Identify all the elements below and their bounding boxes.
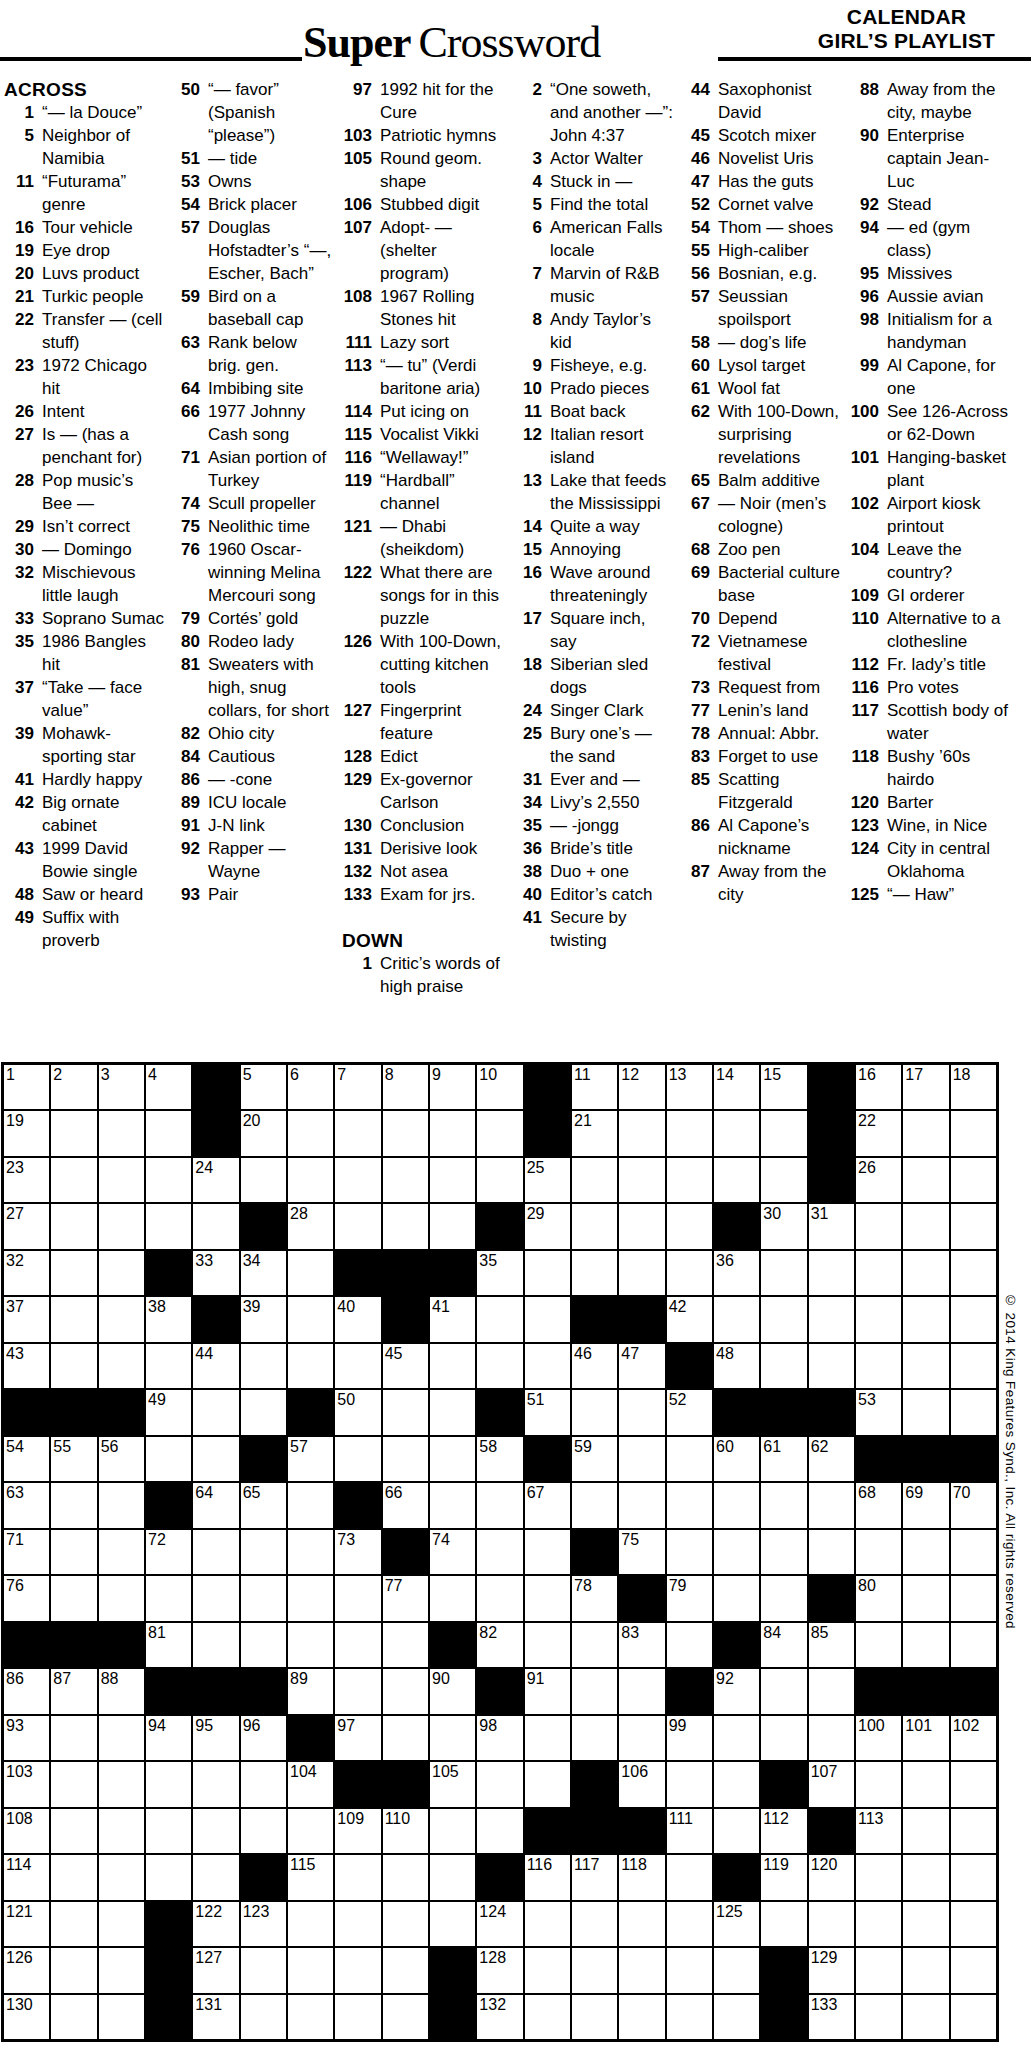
grid-cell[interactable] [50,1761,97,1807]
grid-cell[interactable] [240,1389,287,1435]
grid-cell[interactable] [98,1761,145,1807]
grid-cell[interactable]: 30 [760,1203,807,1249]
grid-cell[interactable]: 72 [145,1529,192,1575]
grid-cell[interactable] [571,1715,618,1761]
grid-cell[interactable] [902,1808,949,1854]
grid-cell[interactable]: 74 [429,1529,476,1575]
grid-cell[interactable] [429,1157,476,1203]
grid-cell[interactable]: 51 [524,1389,571,1435]
grid-cell[interactable]: 44 [192,1343,239,1389]
grid-cell[interactable] [666,1901,713,1947]
grid-cell[interactable]: 68 [855,1482,902,1528]
grid-cell[interactable] [950,1901,997,1947]
grid-cell[interactable] [618,1994,665,2040]
grid-cell[interactable] [334,1947,381,1993]
grid-cell[interactable] [855,1203,902,1249]
grid-cell[interactable] [808,1901,855,1947]
grid-cell[interactable] [950,1296,997,1342]
grid-cell[interactable] [145,1575,192,1621]
grid-cell[interactable] [476,1110,523,1156]
grid-cell[interactable] [334,1575,381,1621]
grid-cell[interactable] [382,1622,429,1668]
grid-cell[interactable] [950,1343,997,1389]
grid-cell[interactable]: 21 [571,1110,618,1156]
grid-cell[interactable]: 102 [950,1715,997,1761]
grid-cell[interactable] [666,1994,713,2040]
grid-cell[interactable]: 28 [287,1203,334,1249]
grid-cell[interactable] [713,1715,760,1761]
grid-cell[interactable] [902,1203,949,1249]
grid-cell[interactable] [287,1250,334,1296]
grid-cell[interactable] [666,1157,713,1203]
grid-cell[interactable]: 101 [902,1715,949,1761]
grid-cell[interactable]: 60 [713,1436,760,1482]
grid-cell[interactable]: 118 [618,1854,665,1900]
grid-cell[interactable] [382,1389,429,1435]
grid-cell[interactable] [50,1482,97,1528]
grid-cell[interactable] [429,1203,476,1249]
grid-cell[interactable] [855,1947,902,1993]
grid-cell[interactable] [950,1529,997,1575]
grid-cell[interactable] [98,1575,145,1621]
grid-cell[interactable]: 10 [476,1064,523,1110]
grid-cell[interactable] [713,1157,760,1203]
grid-cell[interactable]: 86 [3,1668,50,1714]
grid-cell[interactable]: 3 [98,1064,145,1110]
grid-cell[interactable]: 63 [3,1482,50,1528]
grid-cell[interactable] [808,1343,855,1389]
grid-cell[interactable] [287,1947,334,1993]
grid-cell[interactable] [902,1157,949,1203]
grid-cell[interactable] [950,1947,997,1993]
grid-cell[interactable]: 8 [382,1064,429,1110]
grid-cell[interactable] [98,1947,145,1993]
grid-cell[interactable] [760,1110,807,1156]
grid-cell[interactable] [240,1343,287,1389]
grid-cell[interactable] [902,1110,949,1156]
grid-cell[interactable]: 26 [855,1157,902,1203]
grid-cell[interactable] [98,1157,145,1203]
grid-cell[interactable] [334,1622,381,1668]
grid-cell[interactable] [382,1203,429,1249]
grid-cell[interactable] [902,1761,949,1807]
grid-cell[interactable] [666,1482,713,1528]
grid-cell[interactable] [50,1715,97,1761]
grid-cell[interactable] [240,1994,287,2040]
grid-cell[interactable] [429,1575,476,1621]
grid-cell[interactable] [145,1157,192,1203]
grid-cell[interactable] [524,1901,571,1947]
grid-cell[interactable] [98,1901,145,1947]
grid-cell[interactable]: 37 [3,1296,50,1342]
grid-cell[interactable]: 73 [334,1529,381,1575]
grid-cell[interactable] [618,1389,665,1435]
grid-cell[interactable] [760,1901,807,1947]
grid-cell[interactable]: 123 [240,1901,287,1947]
grid-cell[interactable]: 35 [476,1250,523,1296]
grid-cell[interactable] [98,1296,145,1342]
grid-cell[interactable] [571,1947,618,1993]
grid-cell[interactable] [808,1715,855,1761]
grid-cell[interactable] [382,1157,429,1203]
grid-cell[interactable] [902,1947,949,1993]
grid-cell[interactable] [50,1947,97,1993]
grid-cell[interactable] [666,1761,713,1807]
grid-cell[interactable] [571,1622,618,1668]
grid-cell[interactable] [429,1389,476,1435]
grid-cell[interactable]: 133 [808,1994,855,2040]
grid-cell[interactable] [476,1157,523,1203]
grid-cell[interactable]: 96 [240,1715,287,1761]
grid-cell[interactable] [902,1854,949,1900]
grid-cell[interactable]: 56 [98,1436,145,1482]
grid-cell[interactable]: 81 [145,1622,192,1668]
grid-cell[interactable] [334,1854,381,1900]
grid-cell[interactable]: 31 [808,1203,855,1249]
grid-cell[interactable] [666,1203,713,1249]
grid-cell[interactable] [382,1994,429,2040]
grid-cell[interactable]: 1 [3,1064,50,1110]
grid-cell[interactable]: 40 [334,1296,381,1342]
grid-cell[interactable]: 18 [950,1064,997,1110]
grid-cell[interactable] [50,1808,97,1854]
grid-cell[interactable] [50,1854,97,1900]
grid-cell[interactable] [618,1250,665,1296]
grid-cell[interactable] [666,1529,713,1575]
grid-cell[interactable] [760,1157,807,1203]
grid-cell[interactable] [50,1994,97,2040]
grid-cell[interactable]: 19 [3,1110,50,1156]
grid-cell[interactable] [618,1110,665,1156]
grid-cell[interactable] [476,1575,523,1621]
grid-cell[interactable]: 130 [3,1994,50,2040]
grid-cell[interactable] [855,1994,902,2040]
grid-cell[interactable]: 5 [240,1064,287,1110]
grid-cell[interactable] [429,1808,476,1854]
grid-cell[interactable] [50,1575,97,1621]
grid-cell[interactable]: 34 [240,1250,287,1296]
grid-cell[interactable] [524,1947,571,1993]
grid-cell[interactable]: 22 [855,1110,902,1156]
grid-cell[interactable] [950,1808,997,1854]
grid-cell[interactable] [287,1157,334,1203]
grid-cell[interactable]: 94 [145,1715,192,1761]
grid-cell[interactable]: 42 [666,1296,713,1342]
grid-cell[interactable]: 67 [524,1482,571,1528]
grid-cell[interactable] [145,1203,192,1249]
grid-cell[interactable] [382,1947,429,1993]
grid-cell[interactable] [950,1389,997,1435]
grid-cell[interactable]: 39 [240,1296,287,1342]
grid-cell[interactable]: 55 [50,1436,97,1482]
grid-cell[interactable]: 77 [382,1575,429,1621]
grid-cell[interactable] [240,1157,287,1203]
grid-cell[interactable] [240,1575,287,1621]
grid-cell[interactable] [571,1668,618,1714]
grid-cell[interactable] [571,1203,618,1249]
grid-cell[interactable] [808,1529,855,1575]
grid-cell[interactable]: 84 [760,1622,807,1668]
grid-cell[interactable] [713,1761,760,1807]
grid-cell[interactable]: 33 [192,1250,239,1296]
grid-cell[interactable]: 14 [713,1064,760,1110]
grid-cell[interactable] [666,1947,713,1993]
grid-cell[interactable] [145,1343,192,1389]
grid-cell[interactable] [760,1715,807,1761]
grid-cell[interactable] [902,1575,949,1621]
grid-cell[interactable] [760,1575,807,1621]
grid-cell[interactable] [334,1343,381,1389]
grid-cell[interactable] [476,1296,523,1342]
grid-cell[interactable]: 29 [524,1203,571,1249]
grid-cell[interactable] [855,1854,902,1900]
grid-cell[interactable]: 49 [145,1389,192,1435]
grid-cell[interactable] [98,1343,145,1389]
grid-cell[interactable]: 111 [666,1808,713,1854]
grid-cell[interactable]: 85 [808,1622,855,1668]
grid-cell[interactable]: 120 [808,1854,855,1900]
grid-cell[interactable]: 117 [571,1854,618,1900]
grid-cell[interactable] [192,1436,239,1482]
grid-cell[interactable] [287,1901,334,1947]
grid-cell[interactable]: 36 [713,1250,760,1296]
grid-cell[interactable]: 125 [713,1901,760,1947]
grid-cell[interactable]: 106 [618,1761,665,1807]
grid-cell[interactable]: 110 [382,1808,429,1854]
grid-cell[interactable]: 98 [476,1715,523,1761]
grid-cell[interactable]: 128 [476,1947,523,1993]
grid-cell[interactable] [192,1575,239,1621]
grid-cell[interactable]: 116 [524,1854,571,1900]
grid-cell[interactable] [950,1110,997,1156]
grid-cell[interactable] [98,1482,145,1528]
grid-cell[interactable] [855,1622,902,1668]
grid-cell[interactable] [98,1715,145,1761]
grid-cell[interactable] [713,1994,760,2040]
grid-cell[interactable]: 20 [240,1110,287,1156]
grid-cell[interactable] [287,1529,334,1575]
grid-cell[interactable] [808,1250,855,1296]
grid-cell[interactable] [524,1529,571,1575]
grid-cell[interactable]: 100 [855,1715,902,1761]
grid-cell[interactable] [950,1203,997,1249]
grid-cell[interactable] [429,1110,476,1156]
grid-cell[interactable] [334,1157,381,1203]
grid-cell[interactable]: 132 [476,1994,523,2040]
grid-cell[interactable] [524,1622,571,1668]
grid-cell[interactable] [618,1157,665,1203]
grid-cell[interactable] [902,1622,949,1668]
grid-cell[interactable] [524,1250,571,1296]
grid-cell[interactable] [287,1110,334,1156]
grid-cell[interactable] [571,1389,618,1435]
grid-cell[interactable]: 17 [902,1064,949,1110]
grid-cell[interactable]: 45 [382,1343,429,1389]
grid-cell[interactable] [571,1250,618,1296]
grid-cell[interactable]: 61 [760,1436,807,1482]
grid-cell[interactable] [50,1203,97,1249]
grid-cell[interactable]: 43 [3,1343,50,1389]
grid-cell[interactable] [334,1901,381,1947]
grid-cell[interactable] [760,1482,807,1528]
grid-cell[interactable]: 92 [713,1668,760,1714]
grid-cell[interactable]: 38 [145,1296,192,1342]
grid-cell[interactable]: 9 [429,1064,476,1110]
grid-cell[interactable]: 12 [618,1064,665,1110]
grid-cell[interactable] [950,1994,997,2040]
grid-cell[interactable] [524,1761,571,1807]
grid-cell[interactable]: 32 [3,1250,50,1296]
grid-cell[interactable]: 119 [760,1854,807,1900]
grid-cell[interactable] [476,1529,523,1575]
grid-cell[interactable]: 131 [192,1994,239,2040]
grid-cell[interactable]: 11 [571,1064,618,1110]
grid-cell[interactable] [855,1343,902,1389]
grid-cell[interactable] [666,1110,713,1156]
grid-cell[interactable]: 65 [240,1482,287,1528]
grid-cell[interactable] [760,1668,807,1714]
grid-cell[interactable] [240,1808,287,1854]
grid-cell[interactable]: 121 [3,1901,50,1947]
grid-cell[interactable] [192,1203,239,1249]
grid-cell[interactable] [524,1343,571,1389]
grid-cell[interactable] [382,1854,429,1900]
grid-cell[interactable]: 66 [382,1482,429,1528]
grid-cell[interactable] [950,1250,997,1296]
grid-cell[interactable]: 47 [618,1343,665,1389]
grid-cell[interactable] [902,1529,949,1575]
grid-cell[interactable]: 126 [3,1947,50,1993]
grid-cell[interactable] [429,1901,476,1947]
grid-cell[interactable]: 108 [3,1808,50,1854]
grid-cell[interactable] [902,1296,949,1342]
grid-cell[interactable] [618,1901,665,1947]
grid-cell[interactable] [98,1250,145,1296]
grid-cell[interactable]: 104 [287,1761,334,1807]
grid-cell[interactable]: 113 [855,1808,902,1854]
grid-cell[interactable] [192,1808,239,1854]
grid-cell[interactable]: 97 [334,1715,381,1761]
grid-cell[interactable] [145,1436,192,1482]
grid-cell[interactable] [50,1110,97,1156]
grid-cell[interactable] [855,1761,902,1807]
grid-cell[interactable] [50,1250,97,1296]
grid-cell[interactable] [287,1296,334,1342]
grid-cell[interactable] [50,1296,97,1342]
grid-cell[interactable]: 27 [3,1203,50,1249]
grid-cell[interactable]: 93 [3,1715,50,1761]
grid-cell[interactable]: 89 [287,1668,334,1714]
grid-cell[interactable]: 7 [334,1064,381,1110]
grid-cell[interactable] [382,1110,429,1156]
grid-cell[interactable] [50,1901,97,1947]
grid-cell[interactable]: 87 [50,1668,97,1714]
grid-cell[interactable]: 4 [145,1064,192,1110]
grid-cell[interactable] [50,1529,97,1575]
grid-cell[interactable] [382,1901,429,1947]
grid-cell[interactable]: 122 [192,1901,239,1947]
grid-cell[interactable]: 109 [334,1808,381,1854]
grid-cell[interactable] [713,1110,760,1156]
grid-cell[interactable] [50,1157,97,1203]
grid-cell[interactable] [240,1947,287,1993]
grid-cell[interactable] [334,1203,381,1249]
grid-cell[interactable] [666,1250,713,1296]
grid-cell[interactable] [145,1761,192,1807]
grid-cell[interactable] [571,1482,618,1528]
grid-cell[interactable] [855,1250,902,1296]
grid-cell[interactable]: 80 [855,1575,902,1621]
grid-cell[interactable] [429,1343,476,1389]
grid-cell[interactable]: 16 [855,1064,902,1110]
grid-cell[interactable] [713,1808,760,1854]
grid-cell[interactable]: 127 [192,1947,239,1993]
grid-cell[interactable] [98,1808,145,1854]
grid-cell[interactable] [713,1529,760,1575]
grid-cell[interactable] [382,1436,429,1482]
grid-cell[interactable]: 114 [3,1854,50,1900]
grid-cell[interactable] [524,1296,571,1342]
grid-cell[interactable]: 15 [760,1064,807,1110]
grid-cell[interactable]: 70 [950,1482,997,1528]
grid-cell[interactable] [192,1529,239,1575]
grid-cell[interactable] [240,1761,287,1807]
grid-cell[interactable]: 2 [50,1064,97,1110]
grid-cell[interactable] [855,1529,902,1575]
grid-cell[interactable]: 124 [476,1901,523,1947]
grid-cell[interactable]: 129 [808,1947,855,1993]
grid-cell[interactable]: 76 [3,1575,50,1621]
grid-cell[interactable]: 25 [524,1157,571,1203]
grid-cell[interactable] [287,1343,334,1389]
grid-cell[interactable] [98,1529,145,1575]
grid-cell[interactable] [855,1901,902,1947]
grid-cell[interactable] [192,1622,239,1668]
grid-cell[interactable] [429,1482,476,1528]
grid-cell[interactable] [618,1947,665,1993]
grid-cell[interactable] [760,1343,807,1389]
grid-cell[interactable]: 50 [334,1389,381,1435]
grid-cell[interactable] [618,1482,665,1528]
grid-cell[interactable] [950,1575,997,1621]
grid-cell[interactable]: 69 [902,1482,949,1528]
grid-cell[interactable] [808,1482,855,1528]
grid-cell[interactable] [476,1482,523,1528]
grid-cell[interactable] [476,1761,523,1807]
grid-cell[interactable] [50,1343,97,1389]
grid-cell[interactable] [145,1110,192,1156]
grid-cell[interactable]: 112 [760,1808,807,1854]
grid-cell[interactable] [334,1994,381,2040]
grid-cell[interactable] [287,1808,334,1854]
grid-cell[interactable]: 105 [429,1761,476,1807]
grid-cell[interactable]: 95 [192,1715,239,1761]
grid-cell[interactable]: 62 [808,1436,855,1482]
grid-cell[interactable] [524,1994,571,2040]
grid-cell[interactable] [666,1854,713,1900]
grid-cell[interactable]: 91 [524,1668,571,1714]
grid-cell[interactable]: 90 [429,1668,476,1714]
grid-cell[interactable] [240,1529,287,1575]
grid-cell[interactable] [429,1715,476,1761]
grid-cell[interactable] [382,1668,429,1714]
grid-cell[interactable] [713,1482,760,1528]
grid-cell[interactable] [429,1436,476,1482]
grid-cell[interactable] [902,1901,949,1947]
grid-cell[interactable] [666,1622,713,1668]
grid-cell[interactable] [950,1854,997,1900]
grid-cell[interactable]: 13 [666,1064,713,1110]
